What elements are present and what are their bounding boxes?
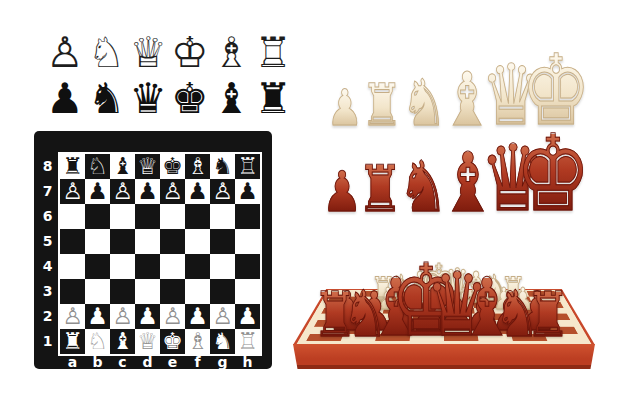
white-king-e1: ♚ [162, 329, 183, 354]
rank-label-4: 4 [39, 254, 56, 279]
square-c4 [110, 254, 135, 279]
rank-label-6: 6 [39, 204, 56, 229]
square-e2: ♙ [160, 304, 185, 329]
black-queen-d8: ♕ [137, 154, 158, 179]
rank-label-7: 7 [39, 179, 56, 204]
rank-labels: 87654321 [39, 154, 56, 354]
square-f8: ♗ [185, 154, 210, 179]
white-pawn-c2: ♙ [112, 304, 133, 329]
square-b8: ♘ [85, 154, 110, 179]
square-c5 [110, 229, 135, 254]
square-g2: ♙ [210, 304, 235, 329]
square-c1: ♝ [110, 329, 135, 354]
red-set-pawn: ♟ [322, 171, 362, 213]
square-g6 [210, 204, 235, 229]
white-bishop-f1: ♗ [187, 329, 208, 354]
piece-icon-legend: ♙♘♕♔♗♖ ♟♞♛♚♝♜ [46, 30, 292, 120]
file-label-f: f [185, 355, 210, 369]
square-a1: ♜ [60, 329, 85, 354]
square-e7: ♙ [160, 179, 185, 204]
red-set-rook: ♜ [357, 165, 403, 213]
white-knight-b1: ♘ [87, 329, 108, 354]
square-h8: ♖ [235, 154, 260, 179]
square-c3 [110, 279, 135, 304]
square-b4 [85, 254, 110, 279]
white-pawn-b2: ♟ [87, 304, 108, 329]
white-queen-d1: ♕ [137, 329, 158, 354]
file-label-b: b [85, 355, 110, 369]
file-label-c: c [110, 355, 135, 369]
white-pawn-a2: ♙ [62, 304, 83, 329]
square-g4 [210, 254, 235, 279]
square-b3 [85, 279, 110, 304]
square-d3 [135, 279, 160, 304]
square-d2: ♟ [135, 304, 160, 329]
square-b7: ♟ [85, 179, 110, 204]
square-g1: ♞ [210, 329, 235, 354]
square-f3 [185, 279, 210, 304]
black-pawn-b7: ♟ [87, 179, 108, 204]
square-e4 [160, 254, 185, 279]
queen-icon: ♛ [129, 78, 167, 120]
square-f5 [185, 229, 210, 254]
square-f1: ♗ [185, 329, 210, 354]
square-d7: ♟ [135, 179, 160, 204]
black-pawn-g7: ♙ [212, 179, 233, 204]
square-d8: ♕ [135, 154, 160, 179]
black-bishop-f8: ♗ [187, 154, 208, 179]
square-e6 [160, 204, 185, 229]
black-king-e8: ♚ [162, 154, 183, 179]
square-c7: ♙ [110, 179, 135, 204]
square-f2: ♟ [185, 304, 210, 329]
white-pawn-e2: ♙ [162, 304, 183, 329]
black-pawn-e7: ♙ [162, 179, 183, 204]
file-labels: abcdefgh [60, 355, 260, 369]
black-bishop-c8: ♝ [112, 154, 133, 179]
pawn-icon: ♟ [46, 78, 84, 120]
rank-label-5: 5 [39, 229, 56, 254]
black-knight-b8: ♘ [87, 154, 108, 179]
white-pawn-g2: ♙ [212, 304, 233, 329]
board-grid: ♜♘♝♕♚♗♞♖♙♟♙♟♙♟♙♟♙♟♙♟♙♟♙♟♜♘♝♕♚♗♞♖ [58, 152, 262, 356]
bishop-icon: ♝ [213, 78, 251, 120]
3d-red-rook: ♜ [526, 292, 570, 339]
rank-label-1: 1 [39, 329, 56, 354]
square-h7: ♟ [235, 179, 260, 204]
white-bishop-c1: ♝ [112, 329, 133, 354]
square-d6 [135, 204, 160, 229]
square-g7: ♙ [210, 179, 235, 204]
file-label-d: d [135, 355, 160, 369]
rank-label-8: 8 [39, 154, 56, 179]
square-f4 [185, 254, 210, 279]
square-b2: ♟ [85, 304, 110, 329]
knight-icon: ♞ [88, 78, 126, 120]
chess-illustration-canvas: ♙♘♕♔♗♖ ♟♞♛♚♝♜ 87654321 ♜♘♝♕♚♗♞♖♙♟♙♟♙♟♙♟♙… [0, 0, 626, 405]
black-rook-a8: ♜ [62, 154, 83, 179]
white-pawn-d2: ♟ [137, 304, 158, 329]
black-knight-g8: ♞ [212, 154, 233, 179]
bishop-icon: ♗ [213, 32, 251, 74]
queen-icon: ♕ [129, 32, 167, 74]
white-rook-a1: ♜ [62, 329, 83, 354]
square-g5 [210, 229, 235, 254]
black-pawn-f7: ♟ [187, 179, 208, 204]
square-e3 [160, 279, 185, 304]
king-icon: ♚ [171, 78, 209, 120]
square-a4 [60, 254, 85, 279]
rook-icon: ♖ [254, 32, 292, 74]
red-piece-set-row: ♟♜♞♝♛♚ [318, 116, 593, 213]
square-c6 [110, 204, 135, 229]
filled-icon-row: ♟♞♛♚♝♜ [46, 76, 292, 120]
3d-chessboard: ♜♞♝♚♛♝♞♜♟♟♟♟♟♟♟♟♟♟♟♟♟♟♟♟♜♞♝♚♛♝♞♜ [245, 240, 605, 375]
file-label-a: a [60, 355, 85, 369]
square-g8: ♞ [210, 154, 235, 179]
black-rook-h8: ♖ [237, 154, 258, 179]
square-d4 [135, 254, 160, 279]
square-e8: ♚ [160, 154, 185, 179]
rook-icon: ♜ [254, 78, 292, 120]
white-knight-g1: ♞ [212, 329, 233, 354]
square-a5 [60, 229, 85, 254]
file-label-g: g [210, 355, 235, 369]
king-icon: ♔ [171, 32, 209, 74]
square-d5 [135, 229, 160, 254]
file-label-e: e [160, 355, 185, 369]
square-f6 [185, 204, 210, 229]
white-pawn-f2: ♟ [187, 304, 208, 329]
black-pawn-c7: ♙ [112, 179, 133, 204]
black-pawn-h7: ♟ [237, 179, 258, 204]
square-a8: ♜ [60, 154, 85, 179]
square-h6 [235, 204, 260, 229]
square-b6 [85, 204, 110, 229]
square-a3 [60, 279, 85, 304]
rank-label-2: 2 [39, 304, 56, 329]
knight-icon: ♘ [88, 32, 126, 74]
outline-icon-row: ♙♘♕♔♗♖ [46, 30, 292, 74]
board-3d-pieces: ♜♞♝♚♛♝♞♜♟♟♟♟♟♟♟♟♟♟♟♟♟♟♟♟♜♞♝♚♛♝♞♜ [245, 240, 605, 375]
square-c2: ♙ [110, 304, 135, 329]
black-pawn-d7: ♟ [137, 179, 158, 204]
square-c8: ♝ [110, 154, 135, 179]
square-b1: ♘ [85, 329, 110, 354]
square-g3 [210, 279, 235, 304]
square-a6 [60, 204, 85, 229]
square-a2: ♙ [60, 304, 85, 329]
pawn-icon: ♙ [46, 32, 84, 74]
square-d1: ♕ [135, 329, 160, 354]
2d-chessboard-diagram: 87654321 ♜♘♝♕♚♗♞♖♙♟♙♟♙♟♙♟♙♟♙♟♙♟♙♟♜♘♝♕♚♗♞… [34, 131, 272, 369]
square-e5 [160, 229, 185, 254]
square-e1: ♚ [160, 329, 185, 354]
red-set-king: ♚ [515, 134, 591, 214]
black-pawn-a7: ♙ [62, 179, 83, 204]
square-a7: ♙ [60, 179, 85, 204]
square-f7: ♟ [185, 179, 210, 204]
square-b5 [85, 229, 110, 254]
rank-label-3: 3 [39, 279, 56, 304]
